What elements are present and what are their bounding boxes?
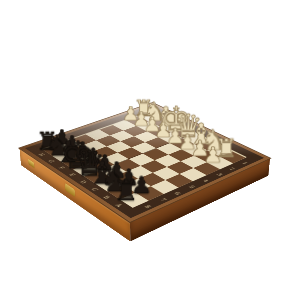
scene: ♜♞♝♚♛♝♞♜♟♟♟♟♟♟♟♟♟♟♟♟♟♟♟♟♜♞♝♚♛♝♞♜ HGFEDCB… [0,0,285,285]
chess-board: ♜♞♝♚♛♝♞♜♟♟♟♟♟♟♟♟♟♟♟♟♟♟♟♟♜♞♝♚♛♝♞♜ HGFEDCB… [18,102,272,223]
board-top-surface: ♜♞♝♚♛♝♞♜♟♟♟♟♟♟♟♟♟♟♟♟♟♟♟♟♜♞♝♚♛♝♞♜ HGFEDCB… [18,102,272,223]
white-pawn: ♟ [192,146,235,166]
brass-hinge-icon [28,159,34,168]
black-rook: ♜ [102,177,150,203]
brass-clasp-icon [65,183,75,197]
